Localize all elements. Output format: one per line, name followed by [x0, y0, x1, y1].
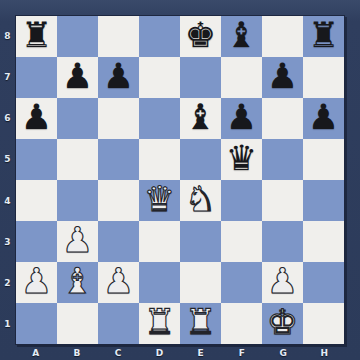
square-d1[interactable]: ♜	[139, 303, 180, 344]
piece-black-pawn-f6[interactable]: ♟	[226, 100, 257, 135]
piece-black-queen-f5[interactable]: ♛	[226, 141, 257, 176]
square-g7[interactable]: ♟	[262, 57, 303, 98]
square-f8[interactable]: ♝	[221, 16, 262, 57]
square-g5[interactable]	[262, 139, 303, 180]
square-f5[interactable]: ♛	[221, 139, 262, 180]
square-d2[interactable]	[139, 262, 180, 303]
square-c8[interactable]	[98, 16, 139, 57]
square-e5[interactable]	[180, 139, 221, 180]
piece-white-pawn-c2[interactable]: ♟	[103, 264, 134, 299]
square-b4[interactable]	[57, 180, 98, 221]
square-c4[interactable]	[98, 180, 139, 221]
file-label-g: G	[263, 345, 304, 360]
square-c1[interactable]	[98, 303, 139, 344]
chess-board-frame: 87654321 ABCDEFGH ♜♚♝♜♟♟♟♟♝♟♟♛♛♞♟♟♝♟♟♜♜♚	[0, 0, 360, 360]
square-f4[interactable]	[221, 180, 262, 221]
square-h4[interactable]	[303, 180, 344, 221]
square-e7[interactable]	[180, 57, 221, 98]
square-f2[interactable]	[221, 262, 262, 303]
square-c6[interactable]	[98, 98, 139, 139]
piece-white-queen-d4[interactable]: ♛	[144, 182, 175, 217]
square-a5[interactable]	[16, 139, 57, 180]
square-g1[interactable]: ♚	[262, 303, 303, 344]
piece-white-knight-e4[interactable]: ♞	[185, 182, 216, 217]
piece-white-bishop-b2[interactable]: ♝	[62, 264, 93, 299]
square-h2[interactable]	[303, 262, 344, 303]
square-h6[interactable]: ♟	[303, 98, 344, 139]
square-c5[interactable]	[98, 139, 139, 180]
square-a3[interactable]	[16, 221, 57, 262]
square-e8[interactable]: ♚	[180, 16, 221, 57]
square-a2[interactable]: ♟	[16, 262, 57, 303]
piece-white-rook-e1[interactable]: ♜	[185, 305, 216, 340]
file-label-e: E	[180, 345, 221, 360]
square-d6[interactable]	[139, 98, 180, 139]
piece-black-rook-h8[interactable]: ♜	[308, 18, 339, 53]
square-a7[interactable]	[16, 57, 57, 98]
piece-white-king-g1[interactable]: ♚	[267, 305, 298, 340]
square-d8[interactable]	[139, 16, 180, 57]
square-b5[interactable]	[57, 139, 98, 180]
square-d5[interactable]	[139, 139, 180, 180]
square-e3[interactable]	[180, 221, 221, 262]
piece-black-pawn-g7[interactable]: ♟	[267, 59, 298, 94]
rank-label-8: 8	[0, 15, 15, 56]
piece-white-rook-d1[interactable]: ♜	[144, 305, 175, 340]
piece-white-pawn-g2[interactable]: ♟	[267, 264, 298, 299]
square-c2[interactable]: ♟	[98, 262, 139, 303]
piece-black-pawn-a6[interactable]: ♟	[21, 100, 52, 135]
square-a4[interactable]	[16, 180, 57, 221]
square-g3[interactable]	[262, 221, 303, 262]
file-label-h: H	[304, 345, 345, 360]
rank-label-1: 1	[0, 304, 15, 345]
square-a1[interactable]	[16, 303, 57, 344]
file-label-a: A	[15, 345, 56, 360]
square-d4[interactable]: ♛	[139, 180, 180, 221]
file-label-d: D	[139, 345, 180, 360]
piece-white-pawn-b3[interactable]: ♟	[62, 223, 93, 258]
file-label-b: B	[56, 345, 97, 360]
chess-board: ♜♚♝♜♟♟♟♟♝♟♟♛♛♞♟♟♝♟♟♜♜♚	[15, 15, 345, 345]
square-b7[interactable]: ♟	[57, 57, 98, 98]
square-a8[interactable]: ♜	[16, 16, 57, 57]
square-c7[interactable]: ♟	[98, 57, 139, 98]
rank-label-2: 2	[0, 263, 15, 304]
square-f1[interactable]	[221, 303, 262, 344]
square-b8[interactable]	[57, 16, 98, 57]
square-b6[interactable]	[57, 98, 98, 139]
square-h7[interactable]	[303, 57, 344, 98]
square-d7[interactable]	[139, 57, 180, 98]
square-c3[interactable]	[98, 221, 139, 262]
square-g2[interactable]: ♟	[262, 262, 303, 303]
rank-label-4: 4	[0, 180, 15, 221]
rank-label-3: 3	[0, 221, 15, 262]
piece-black-pawn-c7[interactable]: ♟	[103, 59, 134, 94]
square-f7[interactable]	[221, 57, 262, 98]
square-h8[interactable]: ♜	[303, 16, 344, 57]
square-d3[interactable]	[139, 221, 180, 262]
square-e2[interactable]	[180, 262, 221, 303]
square-h5[interactable]	[303, 139, 344, 180]
square-e1[interactable]: ♜	[180, 303, 221, 344]
square-b1[interactable]	[57, 303, 98, 344]
square-a6[interactable]: ♟	[16, 98, 57, 139]
square-g4[interactable]	[262, 180, 303, 221]
piece-black-bishop-e6[interactable]: ♝	[185, 100, 216, 135]
square-e4[interactable]: ♞	[180, 180, 221, 221]
square-b3[interactable]: ♟	[57, 221, 98, 262]
rank-label-6: 6	[0, 98, 15, 139]
piece-black-pawn-b7[interactable]: ♟	[62, 59, 93, 94]
square-e6[interactable]: ♝	[180, 98, 221, 139]
piece-black-pawn-h6[interactable]: ♟	[308, 100, 339, 135]
piece-black-rook-a8[interactable]: ♜	[21, 18, 52, 53]
square-f6[interactable]: ♟	[221, 98, 262, 139]
piece-black-king-e8[interactable]: ♚	[185, 18, 216, 53]
rank-labels: 87654321	[0, 15, 15, 345]
piece-white-pawn-a2[interactable]: ♟	[21, 264, 52, 299]
file-labels: ABCDEFGH	[15, 345, 345, 360]
piece-black-bishop-f8[interactable]: ♝	[226, 18, 257, 53]
square-g8[interactable]	[262, 16, 303, 57]
square-f3[interactable]	[221, 221, 262, 262]
square-g6[interactable]	[262, 98, 303, 139]
square-h1[interactable]	[303, 303, 344, 344]
square-h3[interactable]	[303, 221, 344, 262]
rank-label-5: 5	[0, 139, 15, 180]
file-label-c: C	[98, 345, 139, 360]
rank-label-7: 7	[0, 56, 15, 97]
square-b2[interactable]: ♝	[57, 262, 98, 303]
file-label-f: F	[221, 345, 262, 360]
